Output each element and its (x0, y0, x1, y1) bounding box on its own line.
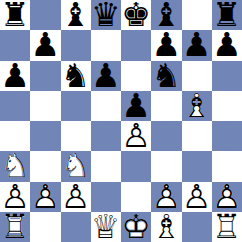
square-g7[interactable]: ♟ (182, 30, 212, 60)
piece-glyph: ♟ (0, 58, 30, 91)
square-d6[interactable]: ♟ (91, 61, 121, 91)
square-e8[interactable]: ♚ (121, 0, 151, 30)
black-pawn[interactable]: ♟ (212, 30, 242, 60)
piece-glyph-outline: ♙ (121, 119, 151, 152)
square-c5[interactable] (61, 91, 91, 121)
square-h4[interactable] (212, 121, 242, 151)
square-e7[interactable] (121, 30, 151, 60)
square-e1[interactable]: ♚♔ (121, 212, 151, 242)
black-knight[interactable]: ♞ (61, 61, 91, 91)
piece-glyph: ♚ (121, 0, 151, 31)
piece-glyph-outline: ♗ (182, 89, 212, 122)
white-rook[interactable]: ♜♖ (0, 212, 30, 242)
piece-glyph-outline: ♙ (182, 179, 212, 212)
piece-glyph: ♞ (152, 58, 182, 91)
black-pawn[interactable]: ♟ (91, 61, 121, 91)
square-c1[interactable] (61, 212, 91, 242)
white-bishop[interactable]: ♝♗ (182, 91, 212, 121)
piece-glyph: ♟ (91, 58, 121, 91)
piece-glyph-outline: ♔ (121, 210, 151, 242)
square-d5[interactable] (91, 91, 121, 121)
white-pawn[interactable]: ♟♙ (121, 121, 151, 151)
white-rook[interactable]: ♜♖ (212, 212, 242, 242)
white-pawn[interactable]: ♟♙ (30, 182, 60, 212)
piece-glyph-outline: ♗ (152, 210, 182, 242)
square-a5[interactable] (0, 91, 30, 121)
piece-glyph: ♟ (182, 28, 212, 61)
square-g5[interactable]: ♝♗ (182, 91, 212, 121)
square-f4[interactable] (151, 121, 181, 151)
piece-glyph-outline: ♖ (0, 210, 30, 242)
square-b6[interactable] (30, 61, 60, 91)
square-a1[interactable]: ♜♖ (0, 212, 30, 242)
square-d1[interactable]: ♛♕ (91, 212, 121, 242)
square-c2[interactable]: ♟♙ (61, 182, 91, 212)
black-queen[interactable]: ♛ (91, 0, 121, 30)
white-pawn[interactable]: ♟♙ (61, 182, 91, 212)
square-e3[interactable] (121, 151, 151, 181)
square-b4[interactable] (30, 121, 60, 151)
square-b2[interactable]: ♟♙ (30, 182, 60, 212)
white-bishop[interactable]: ♝♗ (151, 212, 181, 242)
square-b1[interactable] (30, 212, 60, 242)
square-g4[interactable] (182, 121, 212, 151)
square-g1[interactable] (182, 212, 212, 242)
black-knight[interactable]: ♞ (151, 61, 181, 91)
square-e4[interactable]: ♟♙ (121, 121, 151, 151)
black-rook[interactable]: ♜ (0, 0, 30, 30)
black-king[interactable]: ♚ (121, 0, 151, 30)
piece-glyph-outline: ♕ (91, 210, 121, 242)
black-pawn[interactable]: ♟ (30, 30, 60, 60)
black-pawn[interactable]: ♟ (0, 61, 30, 91)
piece-glyph: ♞ (61, 58, 91, 91)
square-f5[interactable] (151, 91, 181, 121)
piece-glyph: ♜ (0, 0, 30, 31)
square-b7[interactable]: ♟ (30, 30, 60, 60)
square-f6[interactable]: ♞ (151, 61, 181, 91)
white-queen[interactable]: ♛♕ (91, 212, 121, 242)
square-d4[interactable] (91, 121, 121, 151)
white-king[interactable]: ♚♔ (121, 212, 151, 242)
piece-glyph: ♝ (61, 0, 91, 31)
piece-glyph: ♟ (31, 28, 61, 61)
piece-glyph-outline: ♙ (61, 179, 91, 212)
square-d3[interactable] (91, 151, 121, 181)
square-a8[interactable]: ♜ (0, 0, 30, 30)
piece-glyph-outline: ♖ (212, 210, 242, 242)
square-h7[interactable]: ♟ (212, 30, 242, 60)
black-pawn[interactable]: ♟ (182, 30, 212, 60)
piece-glyph: ♛ (91, 0, 121, 31)
square-h1[interactable]: ♜♖ (212, 212, 242, 242)
chess-board: ♜♝♛♚♝♜♟♟♟♟♟♞♟♞♟♝♗♟♙♞♘♞♘♟♙♟♙♟♙♟♙♟♙♟♙♜♖♛♕♚… (0, 0, 242, 242)
square-h5[interactable] (212, 91, 242, 121)
square-g2[interactable]: ♟♙ (182, 182, 212, 212)
piece-glyph-outline: ♙ (31, 179, 61, 212)
square-a6[interactable]: ♟ (0, 61, 30, 91)
black-bishop[interactable]: ♝ (61, 0, 91, 30)
piece-glyph: ♟ (212, 28, 242, 61)
square-c8[interactable]: ♝ (61, 0, 91, 30)
square-c6[interactable]: ♞ (61, 61, 91, 91)
square-b5[interactable] (30, 91, 60, 121)
white-pawn[interactable]: ♟♙ (182, 182, 212, 212)
square-h6[interactable] (212, 61, 242, 91)
square-d8[interactable]: ♛ (91, 0, 121, 30)
square-f1[interactable]: ♝♗ (151, 212, 181, 242)
